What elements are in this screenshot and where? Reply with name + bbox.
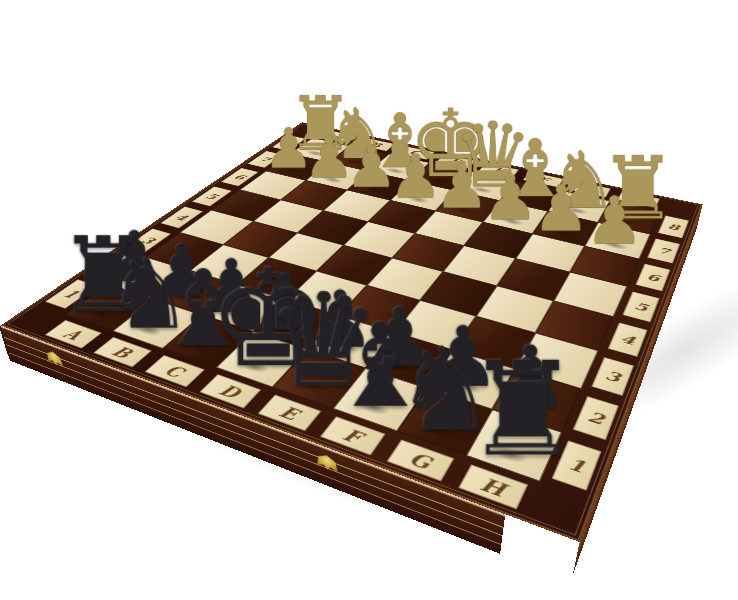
rank-label-4-right: 4 — [608, 322, 648, 357]
brass-latch[interactable] — [317, 452, 338, 474]
rank-label-7-right: 7 — [647, 238, 680, 263]
square-h5[interactable] — [554, 272, 628, 317]
photo-scene: ♜♞♝♚♛♝♞♜♟♟♟♟♟♟♟♟♟♟♟♟♟♟♟♟♜♞♝♚♛♝♞♜ AA11BB2… — [0, 0, 738, 600]
rank-label-5-right: 5 — [622, 291, 659, 322]
square-h1[interactable]: ♜ — [466, 409, 562, 481]
rank-label-3-right: 3 — [591, 357, 634, 396]
piece-gold-pawn[interactable]: ♟ — [482, 168, 538, 227]
chess-box: ♜♞♝♚♛♝♞♜♟♟♟♟♟♟♟♟♟♟♟♟♟♟♟♟♜♞♝♚♛♝♞♜ AA11BB2… — [1, 122, 703, 542]
piece-gold-pawn[interactable]: ♟ — [585, 189, 644, 251]
piece-gold-pawn[interactable]: ♟ — [533, 178, 590, 239]
rank-label-6-right: 6 — [635, 264, 670, 292]
brass-latch[interactable] — [45, 349, 64, 368]
piece-gold-pawn[interactable]: ♟ — [435, 158, 490, 216]
piece-dark-rook[interactable]: ♜ — [464, 348, 580, 471]
